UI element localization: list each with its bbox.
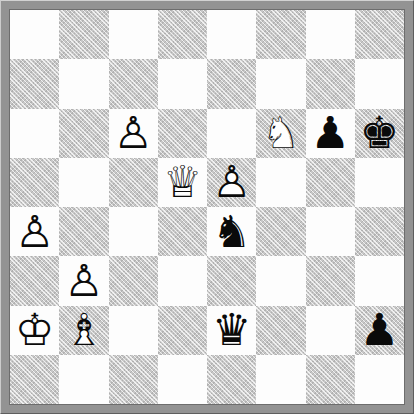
square-h5[interactable] xyxy=(355,158,404,207)
square-h4[interactable] xyxy=(355,207,404,256)
white-bishop-b2: ♗ xyxy=(59,306,108,355)
square-e3[interactable] xyxy=(207,256,256,305)
square-d1[interactable] xyxy=(158,355,207,404)
square-g7[interactable] xyxy=(306,59,355,108)
square-c5[interactable] xyxy=(109,158,158,207)
square-f4[interactable] xyxy=(256,207,305,256)
black-king-h6: ♚ xyxy=(355,109,404,158)
square-h6[interactable]: ♚ xyxy=(355,109,404,158)
chess-board: ♟♙♞♘♟♚♛♕♟♙♟♙♞♟♙♚♔♝♗♛♟ xyxy=(10,10,404,404)
square-c3[interactable] xyxy=(109,256,158,305)
square-a1[interactable] xyxy=(10,355,59,404)
white-pawn-b3: ♙ xyxy=(59,256,108,305)
square-a3[interactable] xyxy=(10,256,59,305)
square-f3[interactable] xyxy=(256,256,305,305)
square-f1[interactable] xyxy=(256,355,305,404)
square-g2[interactable] xyxy=(306,306,355,355)
white-queen-d5: ♕ xyxy=(158,158,207,207)
black-queen-e2: ♛ xyxy=(207,306,256,355)
square-f6[interactable]: ♞♘ xyxy=(256,109,305,158)
black-pawn-g6: ♟ xyxy=(306,109,355,158)
board-frame: ♟♙♞♘♟♚♛♕♟♙♟♙♞♟♙♚♔♝♗♛♟ xyxy=(0,0,414,414)
square-d4[interactable] xyxy=(158,207,207,256)
square-e4[interactable]: ♞ xyxy=(207,207,256,256)
square-g4[interactable] xyxy=(306,207,355,256)
square-c6[interactable]: ♟♙ xyxy=(109,109,158,158)
square-h8[interactable] xyxy=(355,10,404,59)
square-e8[interactable] xyxy=(207,10,256,59)
square-e6[interactable] xyxy=(207,109,256,158)
white-pawn-b3-fill: ♟ xyxy=(59,256,108,305)
square-e2[interactable]: ♛ xyxy=(207,306,256,355)
square-c8[interactable] xyxy=(109,10,158,59)
white-queen-d5-fill: ♛ xyxy=(158,158,207,207)
square-h7[interactable] xyxy=(355,59,404,108)
white-pawn-e5: ♙ xyxy=(207,158,256,207)
square-c7[interactable] xyxy=(109,59,158,108)
square-b3[interactable]: ♟♙ xyxy=(59,256,108,305)
square-h1[interactable] xyxy=(355,355,404,404)
square-e1[interactable] xyxy=(207,355,256,404)
square-d2[interactable] xyxy=(158,306,207,355)
white-knight-f6-fill: ♞ xyxy=(256,109,305,158)
square-g6[interactable]: ♟ xyxy=(306,109,355,158)
square-b2[interactable]: ♝♗ xyxy=(59,306,108,355)
square-c2[interactable] xyxy=(109,306,158,355)
square-a6[interactable] xyxy=(10,109,59,158)
square-d6[interactable] xyxy=(158,109,207,158)
white-pawn-c6: ♙ xyxy=(109,109,158,158)
square-b1[interactable] xyxy=(59,355,108,404)
white-king-a2: ♔ xyxy=(10,306,59,355)
square-a2[interactable]: ♚♔ xyxy=(10,306,59,355)
square-f5[interactable] xyxy=(256,158,305,207)
square-d7[interactable] xyxy=(158,59,207,108)
black-pawn-h2: ♟ xyxy=(355,306,404,355)
square-a5[interactable] xyxy=(10,158,59,207)
square-f8[interactable] xyxy=(256,10,305,59)
white-pawn-a4: ♙ xyxy=(10,207,59,256)
black-knight-e4: ♞ xyxy=(207,207,256,256)
white-pawn-c6-fill: ♟ xyxy=(109,109,158,158)
square-f2[interactable] xyxy=(256,306,305,355)
square-b5[interactable] xyxy=(59,158,108,207)
square-a7[interactable] xyxy=(10,59,59,108)
square-b7[interactable] xyxy=(59,59,108,108)
white-pawn-a4-fill: ♟ xyxy=(10,207,59,256)
square-g8[interactable] xyxy=(306,10,355,59)
square-e7[interactable] xyxy=(207,59,256,108)
square-c1[interactable] xyxy=(109,355,158,404)
square-g1[interactable] xyxy=(306,355,355,404)
square-d5[interactable]: ♛♕ xyxy=(158,158,207,207)
square-b6[interactable] xyxy=(59,109,108,158)
square-a8[interactable] xyxy=(10,10,59,59)
square-b8[interactable] xyxy=(59,10,108,59)
square-a4[interactable]: ♟♙ xyxy=(10,207,59,256)
square-e5[interactable]: ♟♙ xyxy=(207,158,256,207)
square-h2[interactable]: ♟ xyxy=(355,306,404,355)
square-g5[interactable] xyxy=(306,158,355,207)
white-knight-f6: ♘ xyxy=(256,109,305,158)
square-c4[interactable] xyxy=(109,207,158,256)
square-h3[interactable] xyxy=(355,256,404,305)
white-king-a2-fill: ♚ xyxy=(10,306,59,355)
square-g3[interactable] xyxy=(306,256,355,305)
white-bishop-b2-fill: ♝ xyxy=(59,306,108,355)
white-pawn-e5-fill: ♟ xyxy=(207,158,256,207)
square-d8[interactable] xyxy=(158,10,207,59)
square-d3[interactable] xyxy=(158,256,207,305)
square-b4[interactable] xyxy=(59,207,108,256)
square-f7[interactable] xyxy=(256,59,305,108)
